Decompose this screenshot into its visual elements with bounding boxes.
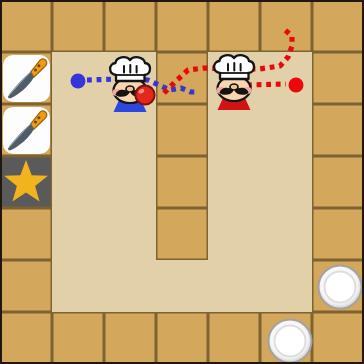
- counter-tile: [312, 0, 364, 52]
- star-goal-tile[interactable]: [0, 156, 52, 208]
- counter-tile: [312, 104, 364, 156]
- star-goal-wrap: [0, 156, 52, 208]
- counter-tile: [0, 260, 52, 312]
- counter-tile: [52, 0, 104, 52]
- knife-icon: [4, 56, 49, 101]
- counter-tile: [156, 52, 208, 104]
- red-chef[interactable]: [206, 52, 262, 112]
- floor-tile: [104, 260, 156, 312]
- red-chef-figure: [206, 52, 262, 112]
- floor-tile: [52, 104, 104, 156]
- counter-tile: [52, 312, 104, 364]
- counter-tile: [208, 312, 260, 364]
- counter-tile: [156, 156, 208, 208]
- blue-chef[interactable]: [102, 54, 158, 114]
- counter-tile: [156, 312, 208, 364]
- floor-tile: [52, 260, 104, 312]
- floor-tile: [260, 104, 312, 156]
- counter-tile: [104, 312, 156, 364]
- kitchen-board: [0, 0, 364, 364]
- star-icon: [1, 158, 51, 206]
- floor-tile: [104, 208, 156, 260]
- floor-tile: [156, 260, 208, 312]
- floor-tile: [208, 156, 260, 208]
- counter-tile: [260, 0, 312, 52]
- plate-counter-tile: [260, 312, 312, 364]
- knife-station-pad: [3, 55, 50, 102]
- counter-tile: [312, 52, 364, 104]
- blue-chef-figure: [102, 54, 158, 114]
- counter-tile: [104, 0, 156, 52]
- knife-station-pad: [3, 107, 50, 154]
- counter-tile: [312, 156, 364, 208]
- counter-tile: [312, 208, 364, 260]
- plate[interactable]: [268, 319, 313, 364]
- chef-hat-icon: [214, 55, 254, 79]
- counter-tile: [156, 104, 208, 156]
- knife-station-tile[interactable]: [0, 104, 52, 156]
- plate[interactable]: [318, 265, 363, 310]
- floor-tile: [52, 156, 104, 208]
- counter-tile: [208, 0, 260, 52]
- counter-tile: [0, 312, 52, 364]
- floor-tile: [260, 208, 312, 260]
- floor-tile: [208, 208, 260, 260]
- floor-tile: [52, 208, 104, 260]
- counter-tile: [0, 0, 52, 52]
- floor-tile: [104, 156, 156, 208]
- knife-icon: [4, 108, 49, 153]
- plate-counter-tile: [312, 260, 364, 312]
- floor-tile: [208, 260, 260, 312]
- tomato-icon: [135, 85, 154, 104]
- floor-tile: [260, 156, 312, 208]
- kitchen-scene: [0, 0, 364, 364]
- floor-tile: [260, 52, 312, 104]
- floor-tile: [52, 52, 104, 104]
- chef-hat-icon: [110, 57, 150, 81]
- kitchen-grid: [0, 0, 364, 364]
- knife-station-tile[interactable]: [0, 52, 52, 104]
- counter-tile: [156, 208, 208, 260]
- counter-tile: [0, 208, 52, 260]
- counter-tile: [312, 312, 364, 364]
- floor-tile: [260, 260, 312, 312]
- counter-tile: [156, 0, 208, 52]
